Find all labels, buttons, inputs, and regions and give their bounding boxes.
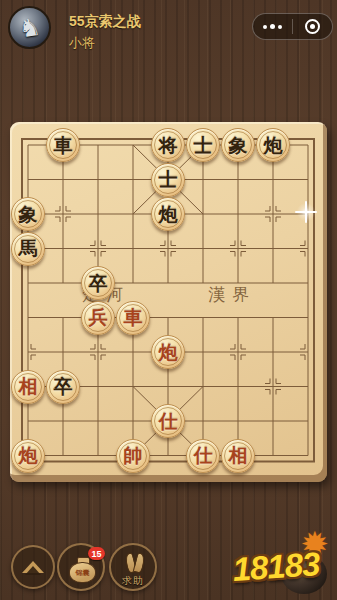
- piece-glyph: 相: [229, 446, 248, 465]
- rank-subtitle: 小将: [69, 34, 95, 52]
- piece-glyph: 炮: [264, 136, 283, 155]
- piece-black-elephant[interactable]: 象: [11, 197, 45, 231]
- piece-black-horse[interactable]: 馬: [11, 232, 45, 266]
- piece-red-chariot[interactable]: 車: [116, 301, 150, 335]
- bag-label: 锦囊: [76, 568, 90, 578]
- pieces-grid: 車将士象炮士象炮馬卒兵車炮相卒仕炮帥仕相: [11, 128, 326, 473]
- piece-glyph: 兵: [89, 308, 108, 327]
- piece-glyph: 相: [19, 377, 38, 396]
- sparkle-effect: [295, 201, 317, 223]
- tips-bag-button[interactable]: 锦囊 15: [57, 543, 105, 591]
- piece-glyph: 卒: [89, 274, 108, 293]
- piece-glyph: 士: [194, 136, 213, 155]
- piece-glyph: 卒: [54, 377, 73, 396]
- praying-hands-icon: [124, 551, 146, 573]
- three-dots-icon: [263, 24, 282, 29]
- help-button[interactable]: 求助: [109, 543, 157, 591]
- piece-black-soldier[interactable]: 卒: [46, 370, 80, 404]
- piece-glyph: 炮: [159, 205, 178, 224]
- piece-red-elephant[interactable]: 相: [11, 370, 45, 404]
- piece-glyph: 将: [159, 136, 178, 155]
- miniprogram-capsule: [252, 13, 333, 40]
- piece-glyph: 仕: [159, 412, 178, 431]
- piece-red-advisor[interactable]: 仕: [151, 404, 185, 438]
- help-label: 求助: [111, 574, 155, 588]
- piece-black-advisor[interactable]: 士: [186, 128, 220, 162]
- piece-glyph: 炮: [19, 446, 38, 465]
- bag-badge: 15: [88, 547, 105, 560]
- header: ♞ 55京索之战 小将: [0, 0, 337, 60]
- piece-glyph: 象: [19, 205, 38, 224]
- app-screen: { "game": "xiangqi", "header": { "title"…: [0, 0, 337, 600]
- piece-black-cannon[interactable]: 炮: [151, 197, 185, 231]
- piece-black-soldier[interactable]: 卒: [81, 266, 115, 300]
- piece-black-chariot[interactable]: 車: [46, 128, 80, 162]
- circle-dot-icon: [305, 19, 320, 34]
- piece-glyph: 馬: [19, 239, 38, 258]
- piece-black-advisor[interactable]: 士: [151, 163, 185, 197]
- piece-glyph: 象: [229, 136, 248, 155]
- level-title: 55京索之战: [69, 13, 141, 31]
- chevron-up-icon: [22, 561, 44, 573]
- avatar-horse-icon: ♞: [17, 14, 42, 41]
- piece-red-cannon[interactable]: 炮: [151, 335, 185, 369]
- piece-red-elephant[interactable]: 相: [221, 439, 255, 473]
- piece-red-cannon[interactable]: 炮: [11, 439, 45, 473]
- piece-glyph: 仕: [194, 446, 213, 465]
- minimize-button[interactable]: [293, 14, 332, 39]
- xiangqi-board[interactable]: 楚河 漢界 車将士象炮士象炮馬卒兵車炮相卒仕炮帥仕相: [10, 122, 327, 482]
- piece-black-elephant[interactable]: 象: [221, 128, 255, 162]
- piece-black-general[interactable]: 将: [151, 128, 185, 162]
- piece-red-soldier[interactable]: 兵: [81, 301, 115, 335]
- piece-glyph: 車: [124, 308, 143, 327]
- collapse-button[interactable]: [11, 545, 55, 589]
- 18183-watermark: ✹ 18183: [217, 532, 335, 594]
- avatar: ♞: [8, 6, 51, 49]
- more-button[interactable]: [253, 14, 292, 39]
- piece-red-general[interactable]: 帥: [116, 439, 150, 473]
- piece-red-advisor[interactable]: 仕: [186, 439, 220, 473]
- piece-glyph: 士: [159, 170, 178, 189]
- piece-glyph: 車: [54, 136, 73, 155]
- piece-glyph: 帥: [124, 446, 143, 465]
- piece-glyph: 炮: [159, 343, 178, 362]
- piece-black-cannon[interactable]: 炮: [256, 128, 290, 162]
